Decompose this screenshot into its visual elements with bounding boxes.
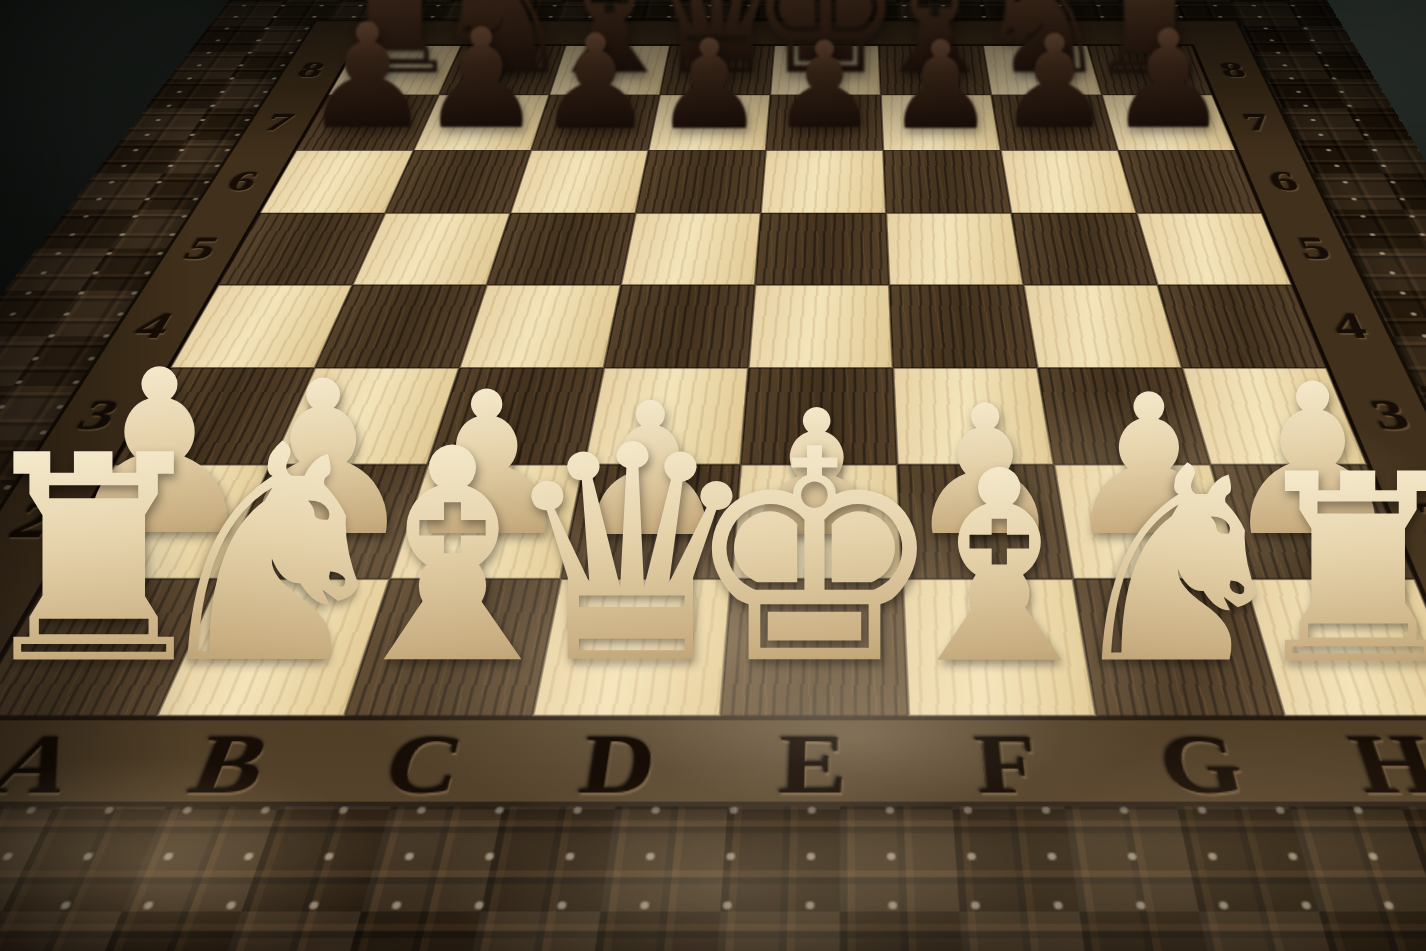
square-g8 [983, 46, 1102, 95]
rank-label-right-3: 3 [1363, 391, 1418, 439]
square-f8 [879, 46, 992, 95]
square-d7 [648, 95, 770, 150]
square-c6 [510, 150, 648, 213]
square-e4 [748, 285, 893, 368]
square-b7 [414, 95, 550, 150]
square-f6 [883, 150, 1011, 213]
square-f1 [902, 579, 1096, 716]
rank-label-left-2: 2 [0, 491, 70, 548]
square-e2 [731, 465, 902, 579]
rank-label-left-8: 8 [292, 57, 331, 82]
square-e5 [755, 213, 889, 285]
square-g5 [1011, 213, 1157, 285]
square-e1 [720, 579, 908, 716]
square-g7 [991, 95, 1118, 150]
carved-wood-table: ABCDEFGH1122334455667788 [0, 0, 1426, 951]
file-label-g: G [1151, 715, 1255, 813]
square-h7 [1102, 95, 1236, 150]
rank-label-left-6: 6 [220, 165, 266, 196]
square-d5 [621, 213, 761, 285]
scene: ABCDEFGH1122334455667788 ♜♞♝♛♚♝♞♜♟♟♟♟♟♟♟… [0, 0, 1426, 951]
square-c8 [549, 46, 670, 95]
square-d6 [636, 150, 766, 213]
square-g3 [1037, 368, 1210, 465]
square-h3 [1182, 368, 1367, 465]
file-label-c: C [373, 715, 475, 813]
board-grid [0, 46, 1426, 716]
square-d1 [532, 579, 731, 716]
square-f4 [889, 285, 1037, 368]
rank-label-left-4: 4 [126, 305, 182, 346]
file-label-a: A [0, 715, 99, 813]
square-g4 [1023, 285, 1182, 368]
square-d4 [604, 285, 755, 368]
square-h5 [1136, 213, 1291, 285]
square-c5 [487, 213, 636, 285]
file-label-b: B [176, 715, 284, 813]
file-label-e: E [777, 715, 849, 813]
rank-label-right-4: 4 [1325, 305, 1374, 346]
square-d3 [584, 368, 748, 465]
square-f2 [897, 465, 1073, 579]
square-d8 [660, 46, 774, 95]
rank-label-right-6: 6 [1263, 165, 1304, 196]
square-d2 [561, 465, 741, 579]
square-h2 [1210, 465, 1414, 579]
chess-board: ABCDEFGH1122334455667788 [0, 20, 1426, 806]
rank-label-left-7: 7 [258, 108, 300, 136]
rank-label-right-2: 2 [1407, 491, 1426, 548]
square-h8 [1087, 46, 1212, 95]
rank-label-right-7: 7 [1238, 108, 1275, 136]
square-f5 [886, 213, 1023, 285]
square-h4 [1158, 285, 1327, 368]
rank-label-left-5: 5 [176, 230, 226, 266]
file-label-d: D [574, 715, 664, 813]
square-c3 [427, 368, 603, 465]
square-c7 [531, 95, 660, 150]
file-label-h: H [1339, 715, 1426, 813]
square-e7 [766, 95, 883, 150]
rank-label-right-5: 5 [1292, 230, 1337, 266]
rank-label-left-3: 3 [68, 391, 131, 439]
square-e8 [770, 46, 880, 95]
square-g6 [1001, 150, 1137, 213]
square-f3 [893, 368, 1054, 465]
perspective-wrapper: ABCDEFGH1122334455667788 [0, 0, 1426, 951]
square-e6 [761, 150, 886, 213]
square-e3 [741, 368, 898, 465]
file-label-f: F [971, 715, 1046, 813]
square-f7 [881, 95, 1001, 150]
square-c4 [459, 285, 621, 368]
rank-label-right-8: 8 [1216, 57, 1251, 82]
square-b8 [439, 46, 566, 95]
square-h6 [1118, 150, 1262, 213]
